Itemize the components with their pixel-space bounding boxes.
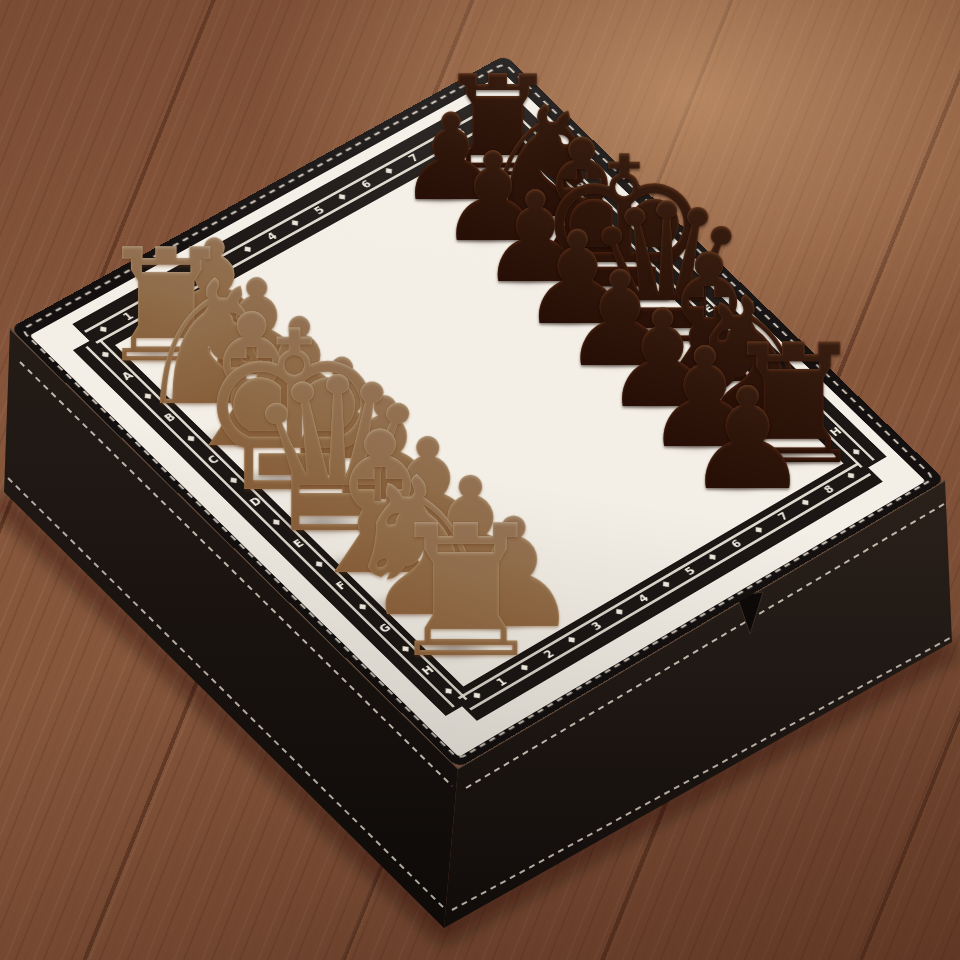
band-marker xyxy=(292,220,298,225)
band-marker xyxy=(756,527,762,532)
piece-white-rook[interactable]: ♜ xyxy=(384,501,547,683)
band-marker xyxy=(616,609,622,614)
band-marker xyxy=(710,554,716,559)
piece-black-pawn[interactable]: ♟ xyxy=(684,369,811,510)
band-marker xyxy=(339,194,345,199)
wood-floor: { "game": "chess", "scene": "overhead ph… xyxy=(0,0,960,960)
band-marker xyxy=(663,581,669,586)
band-marker xyxy=(386,168,392,173)
